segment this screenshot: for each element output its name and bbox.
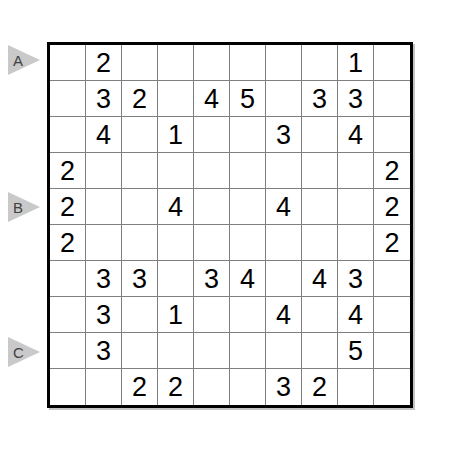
- cell-r7c1[interactable]: [50, 261, 86, 297]
- cell-r6c9[interactable]: [338, 225, 374, 261]
- cell-r9c3[interactable]: [122, 333, 158, 369]
- cell-r2c3: 2: [122, 81, 158, 117]
- cell-r1c6[interactable]: [230, 45, 266, 81]
- cell-r2c9: 3: [338, 81, 374, 117]
- cell-r5c8[interactable]: [302, 189, 338, 225]
- cell-r4c9[interactable]: [338, 153, 374, 189]
- cell-r3c6[interactable]: [230, 117, 266, 153]
- cell-r6c4[interactable]: [158, 225, 194, 261]
- cell-r2c5: 4: [194, 81, 230, 117]
- cell-r5c1: 2: [50, 189, 86, 225]
- cell-r6c1: 2: [50, 225, 86, 261]
- cell-r2c1[interactable]: [50, 81, 86, 117]
- cell-r5c5[interactable]: [194, 189, 230, 225]
- cell-r4c7[interactable]: [266, 153, 302, 189]
- cell-r10c5[interactable]: [194, 369, 230, 405]
- cell-r7c3: 3: [122, 261, 158, 297]
- cell-r6c5[interactable]: [194, 225, 230, 261]
- cell-r5c2[interactable]: [86, 189, 122, 225]
- cell-r10c3: 2: [122, 369, 158, 405]
- cell-r8c10[interactable]: [374, 297, 410, 333]
- cell-r4c4[interactable]: [158, 153, 194, 189]
- cell-r8c9: 4: [338, 297, 374, 333]
- row-marker-a-label: A: [8, 52, 23, 69]
- cell-r1c4[interactable]: [158, 45, 194, 81]
- cell-r5c10: 2: [374, 189, 410, 225]
- cell-r3c3[interactable]: [122, 117, 158, 153]
- cell-r6c2[interactable]: [86, 225, 122, 261]
- cell-r3c2: 4: [86, 117, 122, 153]
- cell-r4c3[interactable]: [122, 153, 158, 189]
- cell-r8c2: 3: [86, 297, 122, 333]
- cell-r4c1: 2: [50, 153, 86, 189]
- cell-r1c5[interactable]: [194, 45, 230, 81]
- cell-r10c2[interactable]: [86, 369, 122, 405]
- cell-r5c9[interactable]: [338, 189, 374, 225]
- cell-r3c1[interactable]: [50, 117, 86, 153]
- cell-r9c5[interactable]: [194, 333, 230, 369]
- cell-r9c2: 3: [86, 333, 122, 369]
- cell-r4c2[interactable]: [86, 153, 122, 189]
- cell-r7c8: 4: [302, 261, 338, 297]
- cell-r1c10[interactable]: [374, 45, 410, 81]
- cell-r2c2: 3: [86, 81, 122, 117]
- cell-r3c7: 3: [266, 117, 302, 153]
- cell-r1c8[interactable]: [302, 45, 338, 81]
- cell-r2c6: 5: [230, 81, 266, 117]
- cell-r9c10[interactable]: [374, 333, 410, 369]
- cell-r5c3[interactable]: [122, 189, 158, 225]
- cell-r9c4[interactable]: [158, 333, 194, 369]
- cell-r6c7[interactable]: [266, 225, 302, 261]
- cell-r2c4[interactable]: [158, 81, 194, 117]
- cell-r7c7[interactable]: [266, 261, 302, 297]
- cell-r10c6[interactable]: [230, 369, 266, 405]
- cell-r8c6[interactable]: [230, 297, 266, 333]
- cell-r5c6[interactable]: [230, 189, 266, 225]
- cell-r7c2: 3: [86, 261, 122, 297]
- cell-r2c7[interactable]: [266, 81, 302, 117]
- cell-r2c10[interactable]: [374, 81, 410, 117]
- cell-r7c5: 3: [194, 261, 230, 297]
- cell-r8c4: 1: [158, 297, 194, 333]
- cell-r3c5[interactable]: [194, 117, 230, 153]
- row-marker-a: A: [8, 45, 40, 75]
- cell-r3c10[interactable]: [374, 117, 410, 153]
- cell-r10c1[interactable]: [50, 369, 86, 405]
- cell-r1c1[interactable]: [50, 45, 86, 81]
- cell-r1c9: 1: [338, 45, 374, 81]
- cell-r3c9: 4: [338, 117, 374, 153]
- cell-r6c10: 2: [374, 225, 410, 261]
- cell-r4c8[interactable]: [302, 153, 338, 189]
- cell-r7c10[interactable]: [374, 261, 410, 297]
- cell-r10c9[interactable]: [338, 369, 374, 405]
- cell-r3c8[interactable]: [302, 117, 338, 153]
- cell-r6c3[interactable]: [122, 225, 158, 261]
- board: 213245334134222442223334433144352232: [47, 42, 413, 408]
- cell-r8c3[interactable]: [122, 297, 158, 333]
- cell-r10c4: 2: [158, 369, 194, 405]
- cell-r4c5[interactable]: [194, 153, 230, 189]
- cell-r7c4[interactable]: [158, 261, 194, 297]
- cell-r9c6[interactable]: [230, 333, 266, 369]
- cell-r7c6: 4: [230, 261, 266, 297]
- cell-r4c6[interactable]: [230, 153, 266, 189]
- cell-r6c8[interactable]: [302, 225, 338, 261]
- cell-r5c4: 4: [158, 189, 194, 225]
- cell-r10c8: 2: [302, 369, 338, 405]
- cell-r1c3[interactable]: [122, 45, 158, 81]
- cell-r1c2: 2: [86, 45, 122, 81]
- row-marker-c: C: [8, 337, 40, 367]
- cell-r3c4: 1: [158, 117, 194, 153]
- row-marker-c-label: C: [8, 344, 24, 361]
- cell-r10c10[interactable]: [374, 369, 410, 405]
- cell-r9c8[interactable]: [302, 333, 338, 369]
- cell-r4c10: 2: [374, 153, 410, 189]
- cell-r8c7: 4: [266, 297, 302, 333]
- cell-r9c7[interactable]: [266, 333, 302, 369]
- cell-r7c9: 3: [338, 261, 374, 297]
- cell-r10c7: 3: [266, 369, 302, 405]
- cell-r2c8: 3: [302, 81, 338, 117]
- cell-r9c1[interactable]: [50, 333, 86, 369]
- cell-r5c7: 4: [266, 189, 302, 225]
- cell-r8c1[interactable]: [50, 297, 86, 333]
- cell-r1c7[interactable]: [266, 45, 302, 81]
- row-marker-b: B: [8, 192, 40, 222]
- cell-r6c6[interactable]: [230, 225, 266, 261]
- cell-r9c9: 5: [338, 333, 374, 369]
- cell-r8c5[interactable]: [194, 297, 230, 333]
- row-marker-b-label: B: [8, 199, 23, 216]
- cell-r8c8[interactable]: [302, 297, 338, 333]
